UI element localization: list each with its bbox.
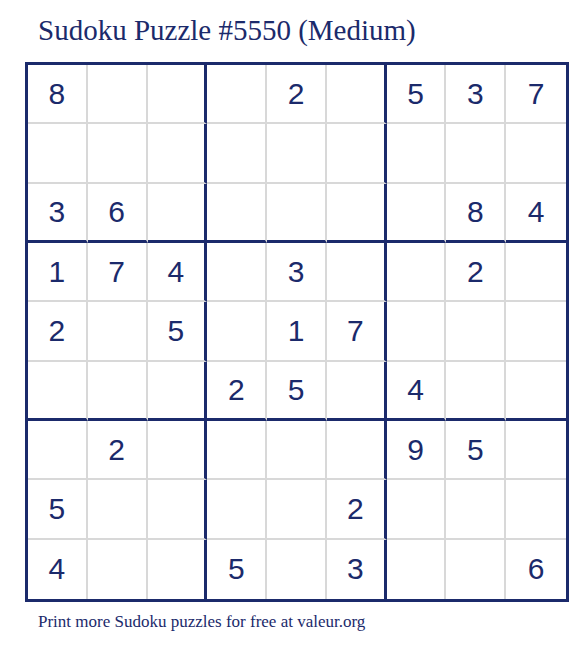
- cell-r4c5: 3: [267, 243, 327, 302]
- cell-r3c3[interactable]: [148, 184, 208, 243]
- cell-r6c5: 5: [267, 362, 327, 421]
- cell-r8c3[interactable]: [148, 480, 208, 539]
- cell-r6c6[interactable]: [327, 362, 387, 421]
- cell-r1c1: 8: [28, 65, 88, 124]
- sudoku-board: 825373684174322517254295524536: [25, 62, 569, 602]
- cell-r3c4[interactable]: [207, 184, 267, 243]
- cell-r4c8: 2: [446, 243, 506, 302]
- cell-r6c8[interactable]: [446, 362, 506, 421]
- cell-r5c3: 5: [148, 302, 208, 361]
- cell-r5c8[interactable]: [446, 302, 506, 361]
- cell-r5c9[interactable]: [506, 302, 566, 361]
- cell-r4c6[interactable]: [327, 243, 387, 302]
- cell-r8c7[interactable]: [387, 480, 447, 539]
- cell-r7c5[interactable]: [267, 421, 327, 480]
- cell-r1c7: 5: [387, 65, 447, 124]
- cell-r4c4[interactable]: [207, 243, 267, 302]
- cell-r4c7[interactable]: [387, 243, 447, 302]
- cell-r4c3: 4: [148, 243, 208, 302]
- cell-r8c4[interactable]: [207, 480, 267, 539]
- cell-r2c7[interactable]: [387, 124, 447, 183]
- cell-r5c4[interactable]: [207, 302, 267, 361]
- cell-r6c7: 4: [387, 362, 447, 421]
- cell-r1c2[interactable]: [88, 65, 148, 124]
- cell-r9c7[interactable]: [387, 540, 447, 599]
- cell-r1c3[interactable]: [148, 65, 208, 124]
- cell-r1c8: 3: [446, 65, 506, 124]
- cell-r7c6[interactable]: [327, 421, 387, 480]
- cell-r2c3[interactable]: [148, 124, 208, 183]
- sudoku-page: Sudoku Puzzle #5550 (Medium) 82537368417…: [0, 0, 574, 651]
- cell-r3c6[interactable]: [327, 184, 387, 243]
- cell-r6c4: 2: [207, 362, 267, 421]
- cell-r5c1: 2: [28, 302, 88, 361]
- cell-r8c2[interactable]: [88, 480, 148, 539]
- cell-r2c1[interactable]: [28, 124, 88, 183]
- cell-r9c6: 3: [327, 540, 387, 599]
- cell-r9c9: 6: [506, 540, 566, 599]
- cell-r7c3[interactable]: [148, 421, 208, 480]
- cell-r9c3[interactable]: [148, 540, 208, 599]
- cell-r2c8[interactable]: [446, 124, 506, 183]
- cell-r1c5: 2: [267, 65, 327, 124]
- footer-text: Print more Sudoku puzzles for free at va…: [38, 612, 365, 632]
- cell-r4c9[interactable]: [506, 243, 566, 302]
- cell-r5c2[interactable]: [88, 302, 148, 361]
- page-title: Sudoku Puzzle #5550 (Medium): [38, 14, 416, 47]
- cell-r5c7[interactable]: [387, 302, 447, 361]
- cell-r1c4[interactable]: [207, 65, 267, 124]
- cell-r4c1: 1: [28, 243, 88, 302]
- cell-r9c8[interactable]: [446, 540, 506, 599]
- cell-r8c8[interactable]: [446, 480, 506, 539]
- cell-r2c5[interactable]: [267, 124, 327, 183]
- cell-r4c2: 7: [88, 243, 148, 302]
- cell-r1c6[interactable]: [327, 65, 387, 124]
- cell-r5c5: 1: [267, 302, 327, 361]
- cell-r8c6: 2: [327, 480, 387, 539]
- cell-r8c5[interactable]: [267, 480, 327, 539]
- cell-r6c3[interactable]: [148, 362, 208, 421]
- cell-r3c8: 8: [446, 184, 506, 243]
- cell-r6c9[interactable]: [506, 362, 566, 421]
- cell-r2c4[interactable]: [207, 124, 267, 183]
- cell-r6c2[interactable]: [88, 362, 148, 421]
- cell-r7c2: 2: [88, 421, 148, 480]
- cell-r3c1: 3: [28, 184, 88, 243]
- cell-r3c9: 4: [506, 184, 566, 243]
- cell-r1c9: 7: [506, 65, 566, 124]
- cell-r2c6[interactable]: [327, 124, 387, 183]
- cell-r3c2: 6: [88, 184, 148, 243]
- cell-r3c5[interactable]: [267, 184, 327, 243]
- cell-r6c1[interactable]: [28, 362, 88, 421]
- cell-r9c2[interactable]: [88, 540, 148, 599]
- cell-r7c1[interactable]: [28, 421, 88, 480]
- cell-r9c1: 4: [28, 540, 88, 599]
- cell-r7c9[interactable]: [506, 421, 566, 480]
- cell-r9c4: 5: [207, 540, 267, 599]
- cell-r8c1: 5: [28, 480, 88, 539]
- cell-r9c5[interactable]: [267, 540, 327, 599]
- cell-r2c2[interactable]: [88, 124, 148, 183]
- cell-r7c8: 5: [446, 421, 506, 480]
- cell-r8c9[interactable]: [506, 480, 566, 539]
- cell-r7c4[interactable]: [207, 421, 267, 480]
- cell-r7c7: 9: [387, 421, 447, 480]
- cell-r5c6: 7: [327, 302, 387, 361]
- cell-r2c9[interactable]: [506, 124, 566, 183]
- cell-r3c7[interactable]: [387, 184, 447, 243]
